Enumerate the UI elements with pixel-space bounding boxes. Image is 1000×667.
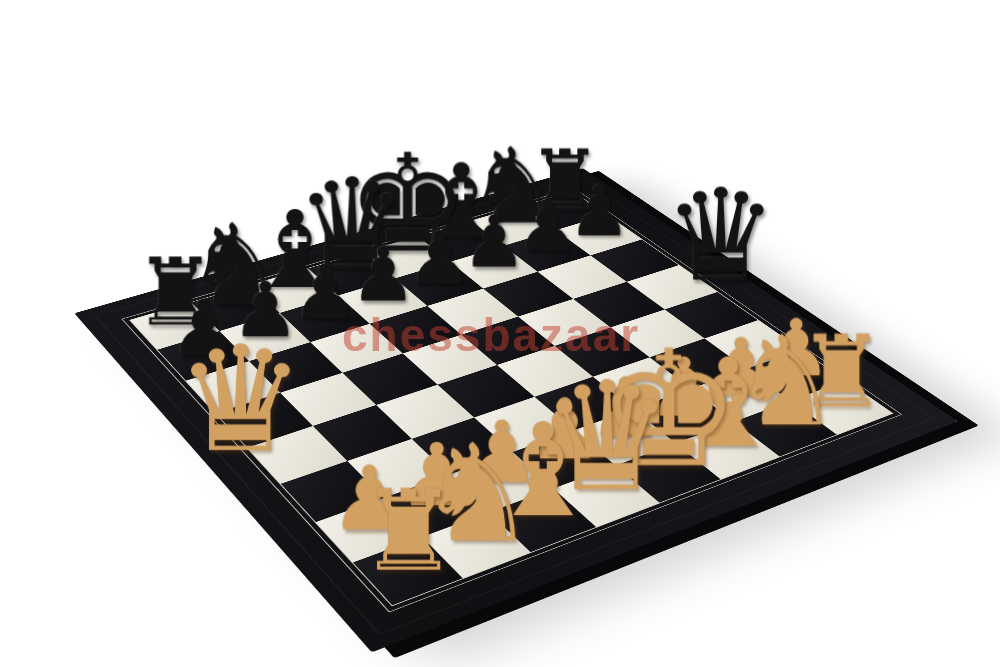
chessboard: ♜♞♝♛♚♝♞♜♟♟♟♟♟♟♟♟♟♟♟♟♟♟♟♟♜♞♝♛♚♝♞♜♛♛	[74, 168, 958, 652]
white-rook-glyph: ♜	[256, 479, 559, 582]
black-queen-glyph: ♛	[599, 177, 842, 294]
photo-scene: ♜♞♝♛♚♝♞♜♟♟♟♟♟♟♟♟♟♟♟♟♟♟♟♟♜♞♝♛♚♝♞♜♛♛	[0, 0, 1000, 667]
